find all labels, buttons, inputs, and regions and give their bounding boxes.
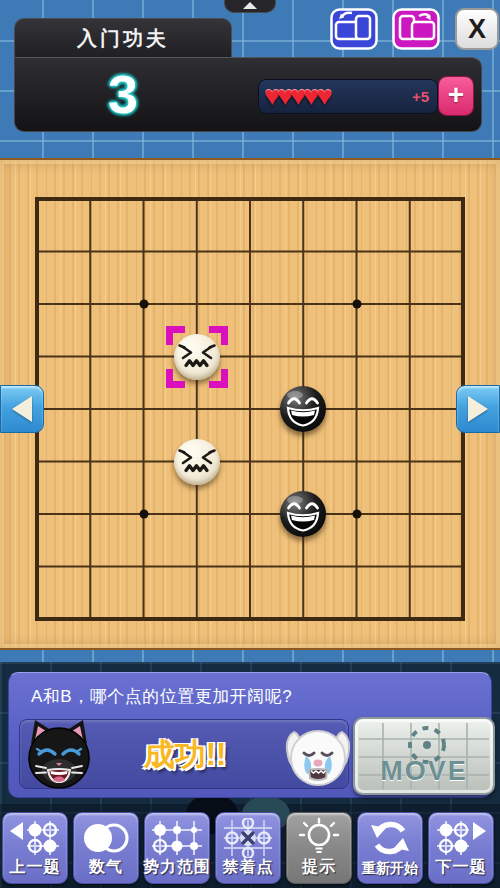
left-arrow-icon	[12, 396, 32, 422]
collapse-arrow-icon	[243, 2, 257, 9]
toolbar-hint-button[interactable]: 提示	[286, 812, 352, 884]
influence-area-icon	[145, 817, 209, 859]
level-number: 3	[78, 58, 168, 130]
question-text: A和B，哪个点的位置更加开阔呢?	[31, 685, 292, 708]
move-button-label: MOVE	[355, 756, 493, 787]
go-board[interactable]	[0, 158, 500, 650]
grid-lines	[35, 197, 465, 621]
category-tab: 入门功夫	[14, 18, 232, 58]
heart-icon: ♥	[290, 81, 303, 111]
toolbar-forbidden-point-button[interactable]: 禁着点	[215, 812, 281, 884]
right-arrow-icon	[468, 396, 488, 422]
toolbar-label: 重新开始	[362, 860, 418, 878]
rotate-portrait-icon	[392, 8, 440, 50]
hearts-bonus: +5	[412, 88, 429, 105]
count-liberties-icon	[74, 817, 138, 859]
success-text: 成功!!	[105, 734, 265, 776]
board-grid[interactable]	[35, 197, 465, 621]
white-stone[interactable]	[174, 439, 220, 485]
star-point	[352, 510, 361, 519]
heart-icon: ♥	[277, 81, 290, 111]
toolbar-label: 数气	[89, 857, 123, 878]
toolbar-influence-button[interactable]: 势力范围	[144, 812, 210, 884]
toolbar-label: 下一题	[436, 857, 487, 878]
laughing-cat-icon	[22, 716, 96, 790]
toolbar-label: 上一题	[10, 857, 61, 878]
prev-question-icon	[3, 817, 67, 859]
black-stone[interactable]	[280, 386, 326, 432]
add-hearts-button[interactable]: +	[438, 76, 474, 116]
star-point	[352, 300, 361, 309]
close-button[interactable]: X	[455, 8, 499, 50]
heart-icons: ♥♥♥♥♥	[264, 83, 329, 110]
forbidden-point-icon	[216, 817, 280, 859]
rotate-portrait-button[interactable]	[392, 8, 440, 50]
result-bar: 成功!!	[19, 719, 349, 789]
heart-icon: ♥	[303, 81, 316, 111]
rotate-landscape-button[interactable]	[330, 8, 378, 50]
crying-dog-icon	[282, 720, 354, 792]
move-button[interactable]: MOVE	[353, 717, 495, 795]
black-stone[interactable]	[280, 491, 326, 537]
star-point	[139, 300, 148, 309]
app-screen: X 入门功夫 3 ♥♥♥♥♥ +5 + A和B，哪个点的位置更	[0, 0, 500, 888]
toolbar-label: 提示	[302, 857, 336, 878]
toolbar-restart-button[interactable]: 重新开始	[357, 812, 423, 884]
toolbar-label: 势力范围	[143, 857, 211, 878]
next-arrow-button[interactable]	[456, 385, 500, 433]
toolbar-next-question-button[interactable]: 下一题	[428, 812, 494, 884]
next-question-icon	[429, 817, 493, 859]
question-panel: A和B，哪个点的位置更加开阔呢? 成功!!	[8, 672, 492, 798]
toolbar-prev-question-button[interactable]: 上一题	[2, 812, 68, 884]
toolbar-count-liberties-button[interactable]: 数气	[73, 812, 139, 884]
hint-lightbulb-icon	[287, 817, 351, 859]
rotate-landscape-icon	[330, 8, 378, 50]
star-point	[139, 510, 148, 519]
white-stone-selected[interactable]	[174, 334, 220, 380]
prev-arrow-button[interactable]	[0, 385, 44, 433]
heart-icon: ♥	[264, 81, 277, 111]
toolbar-label: 禁着点	[223, 857, 274, 878]
restart-icon	[358, 817, 422, 859]
collapse-tab[interactable]	[224, 0, 276, 13]
hearts-bar: ♥♥♥♥♥ +5	[258, 79, 438, 114]
heart-icon: ♥	[316, 81, 329, 111]
